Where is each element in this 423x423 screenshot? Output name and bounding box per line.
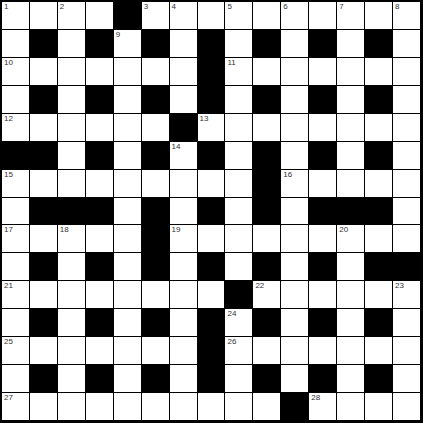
cell[interactable]: 16 <box>281 170 308 197</box>
cell[interactable] <box>86 281 113 308</box>
cell[interactable] <box>281 337 308 364</box>
cell[interactable] <box>309 114 336 141</box>
cell[interactable] <box>281 309 308 336</box>
cell[interactable] <box>225 198 252 225</box>
cell[interactable] <box>2 30 29 57</box>
cell[interactable] <box>225 365 252 392</box>
black-cell <box>142 225 169 252</box>
cell[interactable] <box>337 58 364 85</box>
cell[interactable] <box>170 365 197 392</box>
cell[interactable] <box>253 2 280 29</box>
cell[interactable] <box>58 86 85 113</box>
clue-number: 11 <box>227 58 235 68</box>
cell[interactable] <box>365 2 392 29</box>
cell[interactable] <box>30 337 57 364</box>
black-cell <box>198 253 225 280</box>
black-cell <box>365 365 392 392</box>
clue-number: 4 <box>172 2 176 12</box>
cell[interactable] <box>114 337 141 364</box>
black-cell <box>142 309 169 336</box>
cell[interactable] <box>58 309 85 336</box>
black-cell <box>253 198 280 225</box>
clue-number: 22 <box>255 281 264 291</box>
black-cell <box>86 142 113 169</box>
cell[interactable] <box>142 170 169 197</box>
clue-number: 20 <box>339 225 348 235</box>
cell[interactable] <box>170 30 197 57</box>
cell[interactable] <box>281 198 308 225</box>
cell[interactable]: 9 <box>114 30 141 57</box>
cell[interactable] <box>170 309 197 336</box>
cell[interactable] <box>281 365 308 392</box>
cell[interactable] <box>309 337 336 364</box>
black-cell <box>309 365 336 392</box>
black-cell <box>253 142 280 169</box>
clue-number: 26 <box>227 337 236 347</box>
cell[interactable] <box>114 393 141 420</box>
cell[interactable]: 3 <box>142 2 169 29</box>
cell[interactable] <box>225 170 252 197</box>
clue-number: 7 <box>339 2 343 12</box>
clue-number: 28 <box>311 393 320 403</box>
black-cell <box>170 114 197 141</box>
cell[interactable] <box>225 30 252 57</box>
clue-number: 21 <box>4 281 13 291</box>
cell[interactable] <box>170 393 197 420</box>
cell[interactable] <box>142 58 169 85</box>
cell[interactable] <box>253 58 280 85</box>
black-cell <box>365 86 392 113</box>
cell[interactable] <box>393 393 420 420</box>
cell[interactable] <box>281 58 308 85</box>
cell[interactable] <box>198 281 225 308</box>
clue-number: 24 <box>227 309 236 319</box>
cell[interactable]: 24 <box>225 309 252 336</box>
cell[interactable] <box>393 114 420 141</box>
clue-number: 2 <box>60 2 64 12</box>
cell[interactable]: 14 <box>170 142 197 169</box>
black-cell <box>309 86 336 113</box>
black-cell <box>142 142 169 169</box>
cell[interactable] <box>225 86 252 113</box>
cell[interactable]: 2 <box>58 2 85 29</box>
cell[interactable] <box>58 337 85 364</box>
cell[interactable] <box>170 337 197 364</box>
cell[interactable] <box>170 170 197 197</box>
black-cell <box>253 365 280 392</box>
cell[interactable] <box>393 58 420 85</box>
clue-number: 23 <box>395 281 404 291</box>
clue-number: 13 <box>200 114 209 124</box>
cell[interactable] <box>170 58 197 85</box>
black-cell <box>58 198 85 225</box>
cell[interactable] <box>253 337 280 364</box>
cell[interactable] <box>58 114 85 141</box>
cell[interactable] <box>393 365 420 392</box>
cell[interactable] <box>393 198 420 225</box>
cell[interactable] <box>225 253 252 280</box>
cell[interactable]: 15 <box>2 170 29 197</box>
black-cell <box>142 198 169 225</box>
crossword-board: 1234567891011121314151617181920212223242… <box>0 0 423 423</box>
cell[interactable] <box>2 198 29 225</box>
cell[interactable]: 23 <box>393 281 420 308</box>
cell[interactable] <box>58 253 85 280</box>
clue-number: 1 <box>4 2 8 12</box>
cell[interactable] <box>114 86 141 113</box>
clue-number: 6 <box>283 2 287 12</box>
clue-number: 10 <box>4 58 13 68</box>
cell[interactable] <box>30 281 57 308</box>
cell[interactable] <box>337 337 364 364</box>
black-cell <box>30 253 57 280</box>
cell[interactable] <box>170 253 197 280</box>
cell[interactable] <box>142 337 169 364</box>
cell[interactable] <box>365 114 392 141</box>
cell[interactable] <box>309 58 336 85</box>
cell[interactable] <box>86 114 113 141</box>
black-cell <box>86 309 113 336</box>
cell[interactable]: 4 <box>170 2 197 29</box>
cell[interactable] <box>393 30 420 57</box>
cell[interactable]: 11 <box>225 58 252 85</box>
cell[interactable]: 21 <box>2 281 29 308</box>
black-cell <box>365 309 392 336</box>
cell[interactable] <box>198 170 225 197</box>
black-cell <box>86 198 113 225</box>
cell[interactable]: 13 <box>198 114 225 141</box>
cell[interactable]: 17 <box>2 225 29 252</box>
cell[interactable] <box>393 225 420 252</box>
black-cell <box>198 30 225 57</box>
cell[interactable] <box>365 225 392 252</box>
black-cell <box>86 30 113 57</box>
black-cell <box>253 309 280 336</box>
clue-number: 9 <box>116 30 120 40</box>
black-cell <box>253 170 280 197</box>
cell[interactable] <box>393 309 420 336</box>
cell[interactable] <box>142 114 169 141</box>
clue-number: 17 <box>4 225 13 235</box>
cell[interactable]: 27 <box>2 393 29 420</box>
cell[interactable] <box>2 365 29 392</box>
cell[interactable] <box>86 393 113 420</box>
clue-number: 12 <box>4 114 13 124</box>
cell[interactable]: 22 <box>253 281 280 308</box>
black-cell <box>198 86 225 113</box>
cell[interactable] <box>114 170 141 197</box>
cell[interactable] <box>281 225 308 252</box>
cell[interactable] <box>114 225 141 252</box>
cell[interactable] <box>198 225 225 252</box>
cell[interactable] <box>337 170 364 197</box>
cell[interactable] <box>30 58 57 85</box>
clue-number: 18 <box>60 225 69 235</box>
clue-number: 14 <box>172 142 181 152</box>
black-cell <box>86 86 113 113</box>
cell[interactable] <box>86 337 113 364</box>
cell[interactable] <box>365 58 392 85</box>
black-cell <box>198 309 225 336</box>
black-cell <box>142 253 169 280</box>
cell[interactable]: 1 <box>2 2 29 29</box>
cell[interactable] <box>86 170 113 197</box>
cell[interactable] <box>281 142 308 169</box>
cell[interactable] <box>2 253 29 280</box>
cell[interactable] <box>337 114 364 141</box>
black-cell <box>309 253 336 280</box>
cell[interactable] <box>114 142 141 169</box>
cell[interactable] <box>337 393 364 420</box>
cell[interactable] <box>281 114 308 141</box>
clue-number: 8 <box>395 2 399 12</box>
cell[interactable]: 18 <box>58 225 85 252</box>
cell[interactable] <box>58 170 85 197</box>
cell[interactable] <box>2 86 29 113</box>
cell[interactable] <box>337 281 364 308</box>
cell[interactable] <box>114 281 141 308</box>
black-cell <box>86 365 113 392</box>
black-cell <box>2 142 29 169</box>
clue-number: 25 <box>4 337 13 347</box>
cell[interactable] <box>281 86 308 113</box>
cell[interactable]: 6 <box>281 2 308 29</box>
cell[interactable] <box>309 170 336 197</box>
cell[interactable] <box>337 30 364 57</box>
cell[interactable] <box>393 142 420 169</box>
cell[interactable] <box>198 2 225 29</box>
black-cell <box>114 2 141 29</box>
black-cell <box>198 337 225 364</box>
cell[interactable] <box>58 281 85 308</box>
black-cell <box>253 86 280 113</box>
cell[interactable] <box>58 393 85 420</box>
black-cell <box>30 198 57 225</box>
cell[interactable] <box>170 198 197 225</box>
cell[interactable] <box>393 337 420 364</box>
cell[interactable] <box>30 2 57 29</box>
black-cell <box>365 198 392 225</box>
black-cell <box>198 58 225 85</box>
cell[interactable] <box>86 58 113 85</box>
cell[interactable] <box>86 2 113 29</box>
cell[interactable] <box>142 281 169 308</box>
black-cell <box>30 30 57 57</box>
cell[interactable]: 7 <box>337 2 364 29</box>
cell[interactable] <box>114 114 141 141</box>
cell[interactable] <box>198 393 225 420</box>
cell[interactable] <box>225 114 252 141</box>
clue-number: 19 <box>172 225 181 235</box>
cell[interactable] <box>309 225 336 252</box>
cell[interactable] <box>58 365 85 392</box>
clue-number: 15 <box>4 170 13 180</box>
cell[interactable] <box>253 114 280 141</box>
black-cell <box>198 142 225 169</box>
black-cell <box>309 142 336 169</box>
cell[interactable] <box>225 225 252 252</box>
cell[interactable] <box>142 393 169 420</box>
cell[interactable] <box>365 393 392 420</box>
cell[interactable] <box>30 114 57 141</box>
cell[interactable] <box>281 281 308 308</box>
cell[interactable] <box>253 225 280 252</box>
black-cell <box>142 86 169 113</box>
cell[interactable]: 28 <box>309 393 336 420</box>
cell[interactable] <box>281 30 308 57</box>
cell[interactable] <box>393 86 420 113</box>
black-cell <box>142 365 169 392</box>
cell[interactable] <box>114 253 141 280</box>
black-cell <box>30 365 57 392</box>
cell[interactable] <box>309 2 336 29</box>
cell[interactable] <box>365 170 392 197</box>
black-cell <box>337 198 364 225</box>
black-cell <box>198 365 225 392</box>
black-cell <box>253 253 280 280</box>
cell[interactable] <box>58 30 85 57</box>
cell[interactable]: 19 <box>170 225 197 252</box>
cell[interactable]: 10 <box>2 58 29 85</box>
cell[interactable]: 12 <box>2 114 29 141</box>
black-cell <box>309 30 336 57</box>
cell[interactable] <box>309 281 336 308</box>
black-cell <box>30 309 57 336</box>
cell[interactable] <box>337 86 364 113</box>
cell[interactable] <box>281 253 308 280</box>
black-cell <box>30 142 57 169</box>
cell[interactable] <box>337 253 364 280</box>
black-cell <box>253 30 280 57</box>
cell[interactable] <box>30 393 57 420</box>
cell[interactable] <box>86 225 113 252</box>
cell[interactable] <box>2 309 29 336</box>
black-cell <box>142 30 169 57</box>
cell[interactable] <box>30 170 57 197</box>
black-cell <box>365 142 392 169</box>
black-cell <box>281 393 308 420</box>
black-cell <box>225 281 252 308</box>
cell[interactable] <box>58 58 85 85</box>
clue-number: 5 <box>227 2 231 12</box>
cell[interactable] <box>225 393 252 420</box>
cell[interactable] <box>114 58 141 85</box>
cell[interactable] <box>365 281 392 308</box>
cell[interactable]: 8 <box>393 2 420 29</box>
cell[interactable] <box>30 225 57 252</box>
cell[interactable] <box>337 365 364 392</box>
cell[interactable]: 20 <box>337 225 364 252</box>
black-cell <box>30 86 57 113</box>
black-cell <box>365 253 392 280</box>
cell[interactable] <box>253 393 280 420</box>
black-cell <box>86 253 113 280</box>
cell[interactable]: 5 <box>225 2 252 29</box>
cell[interactable] <box>337 142 364 169</box>
black-cell <box>365 30 392 57</box>
cell[interactable]: 26 <box>225 337 252 364</box>
black-cell <box>309 309 336 336</box>
cell[interactable] <box>393 170 420 197</box>
cell[interactable] <box>114 198 141 225</box>
black-cell <box>393 253 420 280</box>
cell[interactable] <box>58 142 85 169</box>
black-cell <box>198 198 225 225</box>
clue-number: 16 <box>283 170 292 180</box>
cell[interactable] <box>114 309 141 336</box>
cell[interactable] <box>114 365 141 392</box>
cell[interactable] <box>170 281 197 308</box>
clue-number: 27 <box>4 393 13 403</box>
cell[interactable] <box>337 309 364 336</box>
cell[interactable]: 25 <box>2 337 29 364</box>
cell[interactable] <box>170 86 197 113</box>
cell[interactable] <box>225 142 252 169</box>
clue-number: 3 <box>144 2 148 12</box>
black-cell <box>309 198 336 225</box>
cell[interactable] <box>365 337 392 364</box>
